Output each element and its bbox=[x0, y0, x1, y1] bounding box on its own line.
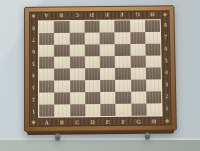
square-b2 bbox=[54, 92, 69, 104]
square-b6 bbox=[54, 45, 69, 57]
coordinate-label: B bbox=[54, 117, 69, 126]
square-a2 bbox=[39, 92, 54, 104]
square-f4 bbox=[115, 68, 130, 80]
square-c3 bbox=[69, 80, 84, 92]
square-h4 bbox=[145, 67, 160, 79]
square-d4 bbox=[85, 68, 100, 80]
chess-board: ABCDEFGH ABCDEFGH 87654321 87654321 bbox=[25, 6, 176, 131]
square-a4 bbox=[39, 69, 54, 81]
square-b1 bbox=[54, 104, 69, 116]
square-g3 bbox=[130, 80, 145, 92]
square-c6 bbox=[69, 44, 84, 56]
square-d1 bbox=[85, 104, 100, 116]
board-grid bbox=[39, 20, 162, 117]
coordinate-label: E bbox=[99, 11, 114, 20]
square-g5 bbox=[130, 56, 145, 68]
rank-labels-right: 87654321 bbox=[161, 20, 172, 115]
square-e5 bbox=[100, 56, 115, 68]
coordinate-label: 8 bbox=[29, 21, 38, 33]
square-b5 bbox=[54, 56, 69, 68]
square-g2 bbox=[131, 92, 146, 104]
coordinate-label: B bbox=[54, 11, 69, 20]
square-b3 bbox=[54, 80, 69, 92]
coordinate-label: 1 bbox=[162, 103, 171, 115]
square-g4 bbox=[130, 68, 145, 80]
square-d8 bbox=[84, 21, 99, 33]
square-e1 bbox=[100, 104, 115, 116]
box-side-edge bbox=[27, 129, 174, 135]
square-d6 bbox=[84, 44, 99, 56]
coordinate-label: 3 bbox=[162, 79, 171, 91]
coordinate-label: F bbox=[116, 117, 131, 126]
coordinate-label: D bbox=[85, 117, 100, 126]
square-a7 bbox=[39, 33, 54, 45]
coordinate-label: A bbox=[39, 118, 54, 127]
coordinate-label: C bbox=[69, 11, 84, 20]
coordinate-label: 7 bbox=[161, 32, 170, 44]
rank-labels-left: 87654321 bbox=[29, 21, 38, 116]
coordinate-label: 7 bbox=[29, 33, 38, 45]
square-d5 bbox=[85, 56, 100, 68]
coordinate-label: 5 bbox=[161, 55, 170, 67]
coordinate-label: 4 bbox=[162, 67, 171, 79]
coordinate-label: 6 bbox=[29, 45, 38, 57]
square-h6 bbox=[145, 44, 160, 56]
coordinate-label: F bbox=[114, 11, 129, 20]
square-c4 bbox=[69, 68, 84, 80]
square-c1 bbox=[70, 104, 85, 116]
chess-box: ABCDEFGH ABCDEFGH 87654321 87654321 bbox=[25, 6, 176, 139]
square-a5 bbox=[39, 57, 54, 69]
square-h5 bbox=[145, 56, 160, 68]
square-f8 bbox=[114, 20, 129, 32]
file-labels-bottom: ABCDEFGH bbox=[39, 116, 162, 126]
square-h3 bbox=[146, 79, 161, 91]
square-e7 bbox=[99, 32, 114, 44]
square-c7 bbox=[69, 33, 84, 45]
coordinate-label: 5 bbox=[29, 57, 38, 69]
coordinate-label: D bbox=[84, 11, 99, 20]
square-e4 bbox=[100, 68, 115, 80]
table-front-edge bbox=[0, 140, 200, 151]
square-f1 bbox=[115, 104, 130, 116]
coordinate-label: 8 bbox=[161, 20, 170, 32]
square-e8 bbox=[99, 21, 114, 33]
coordinate-label: 1 bbox=[29, 105, 38, 117]
square-a1 bbox=[39, 104, 54, 116]
square-f2 bbox=[115, 92, 130, 104]
file-labels-top: ABCDEFGH bbox=[39, 10, 160, 20]
hinge-icon bbox=[55, 134, 60, 140]
square-h1 bbox=[146, 103, 162, 115]
coordinate-label: C bbox=[70, 117, 85, 126]
square-g7 bbox=[130, 32, 145, 44]
square-g1 bbox=[131, 104, 146, 116]
square-a8 bbox=[39, 21, 54, 33]
square-d2 bbox=[85, 92, 100, 104]
square-b7 bbox=[54, 33, 69, 45]
coordinate-label: G bbox=[129, 10, 144, 19]
square-f7 bbox=[115, 32, 130, 44]
square-h8 bbox=[145, 20, 160, 32]
coordinate-label: H bbox=[146, 116, 161, 125]
coordinate-label: 2 bbox=[162, 91, 171, 103]
square-c5 bbox=[69, 56, 84, 68]
square-e6 bbox=[100, 44, 115, 56]
coordinate-label: H bbox=[144, 10, 159, 19]
square-a6 bbox=[39, 45, 54, 57]
square-b8 bbox=[54, 21, 69, 33]
square-f6 bbox=[115, 44, 130, 56]
square-f5 bbox=[115, 56, 130, 68]
hinge-icon bbox=[145, 133, 150, 139]
coordinate-label: 4 bbox=[29, 69, 38, 81]
coordinate-label: A bbox=[39, 11, 54, 20]
square-g8 bbox=[130, 20, 145, 32]
square-e2 bbox=[100, 92, 115, 104]
square-b4 bbox=[54, 68, 69, 80]
coordinate-label: E bbox=[100, 117, 115, 126]
square-d7 bbox=[84, 33, 99, 45]
square-h2 bbox=[146, 91, 161, 103]
square-e3 bbox=[100, 80, 115, 92]
square-c8 bbox=[69, 21, 84, 33]
square-g6 bbox=[130, 44, 145, 56]
coordinate-label: 3 bbox=[29, 81, 38, 93]
square-d3 bbox=[85, 80, 100, 92]
square-c2 bbox=[70, 92, 85, 104]
square-f3 bbox=[115, 80, 130, 92]
square-h7 bbox=[145, 32, 160, 44]
square-a3 bbox=[39, 80, 54, 92]
coordinate-label: 6 bbox=[161, 44, 170, 56]
coordinate-label: 2 bbox=[29, 93, 38, 105]
coordinate-label: G bbox=[131, 117, 146, 126]
